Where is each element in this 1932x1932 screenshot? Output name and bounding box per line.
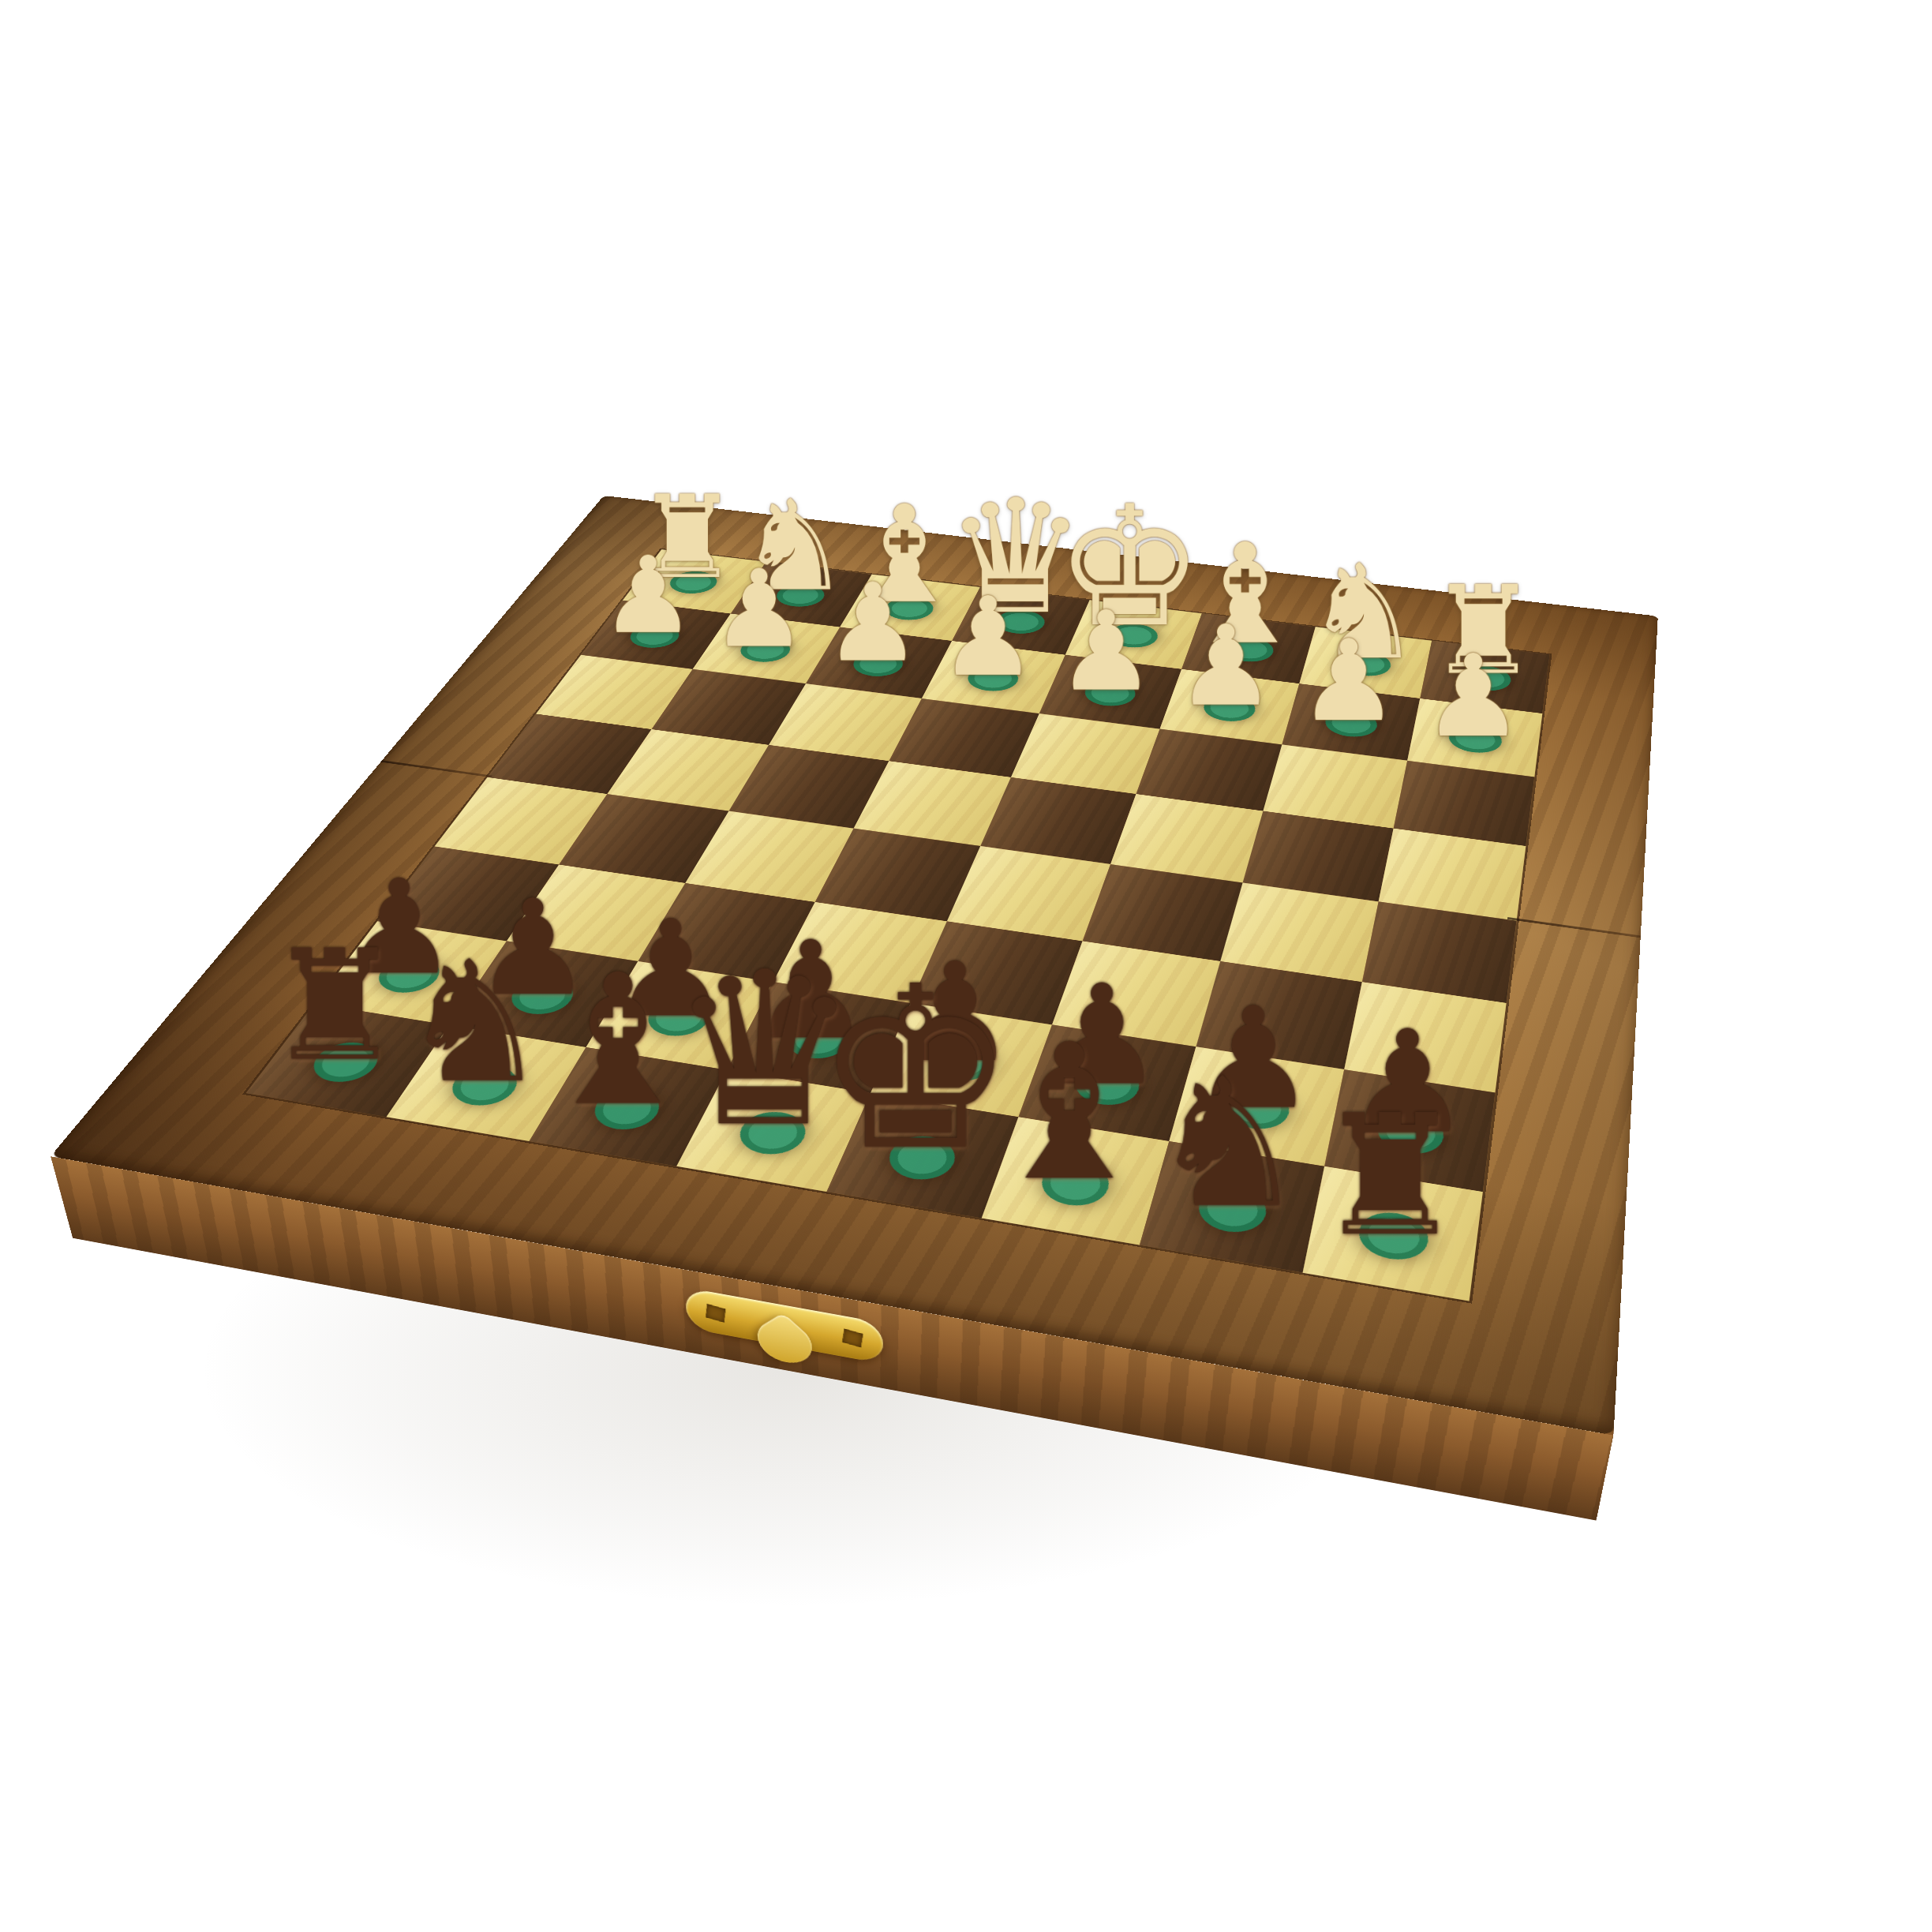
folding-chess-board: ♜♞♝♛♚♝♞♜♟♟♟♟♟♟♟♟♟♟♟♟♟♟♟♟♜♞♝♛♚♝♞♜ xyxy=(51,496,1658,1436)
white-pawn-icon: ♟ xyxy=(711,559,807,661)
square-b3 xyxy=(1263,744,1406,828)
latch-screw-icon xyxy=(706,1304,725,1323)
square-d3 xyxy=(1011,713,1159,794)
square-c3 xyxy=(1136,729,1282,811)
board-grid: ♜♞♝♛♚♝♞♜♟♟♟♟♟♟♟♟♟♟♟♟♟♟♟♟♜♞♝♛♚♝♞♜ xyxy=(242,549,1552,1304)
white-pawn-icon: ♟ xyxy=(601,545,695,646)
box-right-face xyxy=(1597,616,1658,1521)
white-pawn-icon: ♟ xyxy=(939,586,1037,689)
photo-background: ♜♞♝♛♚♝♞♜♟♟♟♟♟♟♟♟♟♟♟♟♟♟♟♟♜♞♝♛♚♝♞♜ xyxy=(0,0,1932,1932)
square-a8: ♜ xyxy=(1302,1166,1483,1301)
fold-seam-left xyxy=(380,760,492,777)
square-b8: ♞ xyxy=(1140,1141,1324,1273)
square-a3 xyxy=(1393,761,1534,846)
white-pawn-icon: ♟ xyxy=(1057,600,1155,704)
black-knight-icon: ♞ xyxy=(1148,1059,1308,1228)
chess-set-scene: ♜♞♝♛♚♝♞♜♟♟♟♟♟♟♟♟♟♟♟♟♟♟♟♟♜♞♝♛♚♝♞♜ xyxy=(0,0,1932,1932)
latch-clasp-icon xyxy=(747,1313,823,1371)
black-bishop-c8: ♝ xyxy=(981,1117,1169,1245)
black-knight-icon: ♞ xyxy=(399,943,549,1102)
white-pawn-icon: ♟ xyxy=(1298,628,1398,735)
square-a4 xyxy=(1378,828,1526,920)
square-c8: ♝ xyxy=(981,1117,1169,1245)
white-pawn-icon: ♟ xyxy=(1176,614,1275,720)
black-rook-icon: ♜ xyxy=(1316,1097,1465,1255)
white-pawn-icon: ♟ xyxy=(824,572,921,675)
black-rook-icon: ♜ xyxy=(266,934,402,1079)
latch-screw-icon xyxy=(842,1329,863,1348)
fold-seam-right xyxy=(1507,917,1641,938)
black-knight-b8: ♞ xyxy=(1140,1141,1324,1273)
brass-latch xyxy=(684,1287,884,1365)
white-pawn-icon: ♟ xyxy=(1422,643,1524,751)
black-bishop-icon: ♝ xyxy=(986,1024,1154,1201)
black-rook-a8: ♜ xyxy=(1302,1166,1483,1301)
